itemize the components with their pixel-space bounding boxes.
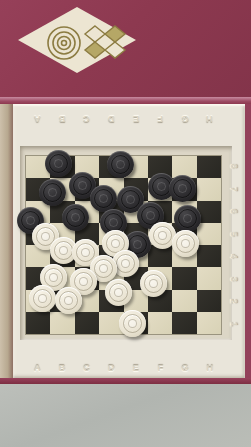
square-h3[interactable]: [197, 267, 221, 289]
brand-diamond-badge: [17, 6, 137, 74]
square-c1[interactable]: [75, 312, 99, 334]
square-h2[interactable]: [197, 290, 221, 312]
box-lid: [0, 0, 251, 97]
rank-label-2: 2: [223, 293, 246, 309]
square-h1[interactable]: [197, 312, 221, 334]
white-checker[interactable]: [29, 285, 56, 312]
file-label-top-a: A: [25, 112, 50, 126]
box-lid-edge: [0, 97, 251, 104]
box-edge-left-bevel: [0, 104, 13, 384]
file-label-bottom-e: E: [124, 361, 149, 375]
photo-travel-draughts-set: ABCDEFGH 87654321 ABCDEFGH Not suitable …: [0, 0, 251, 447]
file-label-top-h: H: [197, 112, 222, 126]
white-checker[interactable]: [119, 310, 146, 337]
file-label-bottom-d: D: [99, 361, 124, 375]
black-checker[interactable]: [39, 179, 66, 206]
rank-label-5: 5: [223, 226, 246, 242]
file-label-bottom-b: B: [50, 361, 75, 375]
white-checker[interactable]: [140, 270, 167, 297]
file-label-bottom-f: F: [148, 361, 173, 375]
file-label-top-f: F: [148, 112, 173, 126]
table-surface: Not suitable for children under 3 years …: [0, 384, 251, 447]
square-b1[interactable]: [50, 312, 74, 334]
file-label-bottom-c: C: [74, 361, 99, 375]
file-label-top-b: B: [50, 112, 75, 126]
white-checker[interactable]: [172, 230, 199, 257]
square-f1[interactable]: [148, 312, 172, 334]
rank-label-1: 1: [223, 316, 246, 332]
black-checker[interactable]: [45, 150, 72, 177]
rank-label-6: 6: [223, 203, 246, 219]
white-checker[interactable]: [105, 279, 132, 306]
square-h4[interactable]: [197, 245, 221, 267]
file-label-top-d: D: [99, 112, 124, 126]
file-label-top-c: C: [74, 112, 99, 126]
file-label-bottom-a: A: [25, 361, 50, 375]
file-label-bottom-h: H: [197, 361, 222, 375]
black-checker[interactable]: [62, 204, 89, 231]
square-g2[interactable]: [172, 290, 196, 312]
square-g3[interactable]: [172, 267, 196, 289]
rank-labels-right: 87654321: [226, 155, 242, 335]
black-checker[interactable]: [107, 151, 134, 178]
file-labels-top: ABCDEFGH: [25, 112, 222, 126]
white-checker[interactable]: [55, 287, 82, 314]
square-h8[interactable]: [197, 156, 221, 178]
file-label-top-e: E: [124, 112, 149, 126]
black-checker[interactable]: [169, 175, 196, 202]
square-h5[interactable]: [197, 223, 221, 245]
rank-label-7: 7: [223, 181, 246, 197]
rank-label-4: 4: [223, 248, 246, 264]
square-g1[interactable]: [172, 312, 196, 334]
file-label-top-g: G: [173, 112, 198, 126]
file-label-bottom-g: G: [173, 361, 198, 375]
file-labels-bottom: ABCDEFGH: [25, 361, 222, 375]
square-h7[interactable]: [197, 178, 221, 200]
black-checker[interactable]: [174, 205, 201, 232]
rank-label-3: 3: [223, 271, 246, 287]
black-checker[interactable]: [90, 185, 117, 212]
rank-label-8: 8: [223, 158, 246, 174]
square-a1[interactable]: [26, 312, 50, 334]
